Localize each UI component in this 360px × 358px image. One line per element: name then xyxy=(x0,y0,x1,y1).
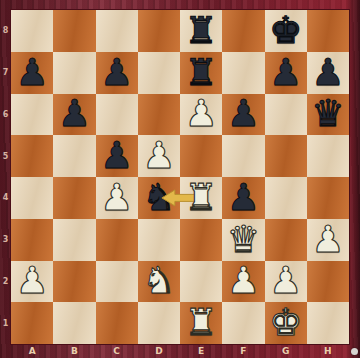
square-a6[interactable] xyxy=(11,94,53,136)
piece-black-knight[interactable]: ♞ xyxy=(142,178,175,218)
piece-white-pawn[interactable]: ♟ xyxy=(16,261,49,301)
square-e5[interactable] xyxy=(180,135,222,177)
file-label-a: A xyxy=(11,344,53,358)
square-e1[interactable]: ♜ xyxy=(180,302,222,344)
piece-black-rook[interactable]: ♜ xyxy=(185,11,218,51)
piece-white-queen[interactable]: ♛ xyxy=(227,220,260,260)
square-b1[interactable] xyxy=(53,302,95,344)
white-to-move-indicator xyxy=(351,348,358,355)
square-h3[interactable]: ♟ xyxy=(307,219,349,261)
square-a8[interactable] xyxy=(11,10,53,52)
square-f8[interactable] xyxy=(222,10,264,52)
square-d2[interactable]: ♞ xyxy=(138,261,180,303)
rank-label-3: 3 xyxy=(0,219,11,261)
square-a4[interactable] xyxy=(11,177,53,219)
piece-black-king[interactable]: ♚ xyxy=(269,11,302,51)
square-c2[interactable] xyxy=(96,261,138,303)
square-g1[interactable]: ♚ xyxy=(265,302,307,344)
file-label-h: H xyxy=(307,344,349,358)
square-e3[interactable] xyxy=(180,219,222,261)
square-h2[interactable] xyxy=(307,261,349,303)
piece-black-rook[interactable]: ♜ xyxy=(185,53,218,93)
square-d8[interactable] xyxy=(138,10,180,52)
square-a1[interactable] xyxy=(11,302,53,344)
square-e4[interactable]: ♜ xyxy=(180,177,222,219)
piece-black-pawn[interactable]: ♟ xyxy=(58,94,91,134)
square-f1[interactable] xyxy=(222,302,264,344)
square-a5[interactable] xyxy=(11,135,53,177)
file-label-g: G xyxy=(265,344,307,358)
square-d5[interactable]: ♟ xyxy=(138,135,180,177)
board-frame: 87654321 ♜♚♟♟♜♟♟♟♟♟♛♟♟♟♞♜♟♛♟♟♞♟♟♜♚ ABCDE… xyxy=(0,0,360,358)
square-b2[interactable] xyxy=(53,261,95,303)
piece-black-pawn[interactable]: ♟ xyxy=(100,136,133,176)
rank-label-7: 7 xyxy=(0,52,11,94)
file-label-e: E xyxy=(180,344,222,358)
square-d4[interactable]: ♞ xyxy=(138,177,180,219)
square-h5[interactable] xyxy=(307,135,349,177)
square-d6[interactable] xyxy=(138,94,180,136)
square-b5[interactable] xyxy=(53,135,95,177)
piece-black-pawn[interactable]: ♟ xyxy=(269,53,302,93)
square-b3[interactable] xyxy=(53,219,95,261)
piece-white-pawn[interactable]: ♟ xyxy=(311,220,344,260)
file-label-f: F xyxy=(222,344,264,358)
rank-label-6: 6 xyxy=(0,94,11,136)
square-b6[interactable]: ♟ xyxy=(53,94,95,136)
piece-black-pawn[interactable]: ♟ xyxy=(227,94,260,134)
rank-label-8: 8 xyxy=(0,10,11,52)
square-g2[interactable]: ♟ xyxy=(265,261,307,303)
piece-black-queen[interactable]: ♛ xyxy=(311,94,344,134)
piece-white-pawn[interactable]: ♟ xyxy=(227,261,260,301)
file-label-c: C xyxy=(96,344,138,358)
square-f3[interactable]: ♛ xyxy=(222,219,264,261)
square-c5[interactable]: ♟ xyxy=(96,135,138,177)
piece-black-pawn[interactable]: ♟ xyxy=(16,53,49,93)
square-g7[interactable]: ♟ xyxy=(265,52,307,94)
rank-label-5: 5 xyxy=(0,135,11,177)
square-h4[interactable] xyxy=(307,177,349,219)
piece-white-pawn[interactable]: ♟ xyxy=(100,178,133,218)
file-labels: ABCDEFGH xyxy=(11,344,349,358)
square-c8[interactable] xyxy=(96,10,138,52)
square-a7[interactable]: ♟ xyxy=(11,52,53,94)
square-f7[interactable] xyxy=(222,52,264,94)
piece-black-pawn[interactable]: ♟ xyxy=(311,53,344,93)
square-a2[interactable]: ♟ xyxy=(11,261,53,303)
square-c6[interactable] xyxy=(96,94,138,136)
square-d1[interactable] xyxy=(138,302,180,344)
square-h1[interactable] xyxy=(307,302,349,344)
square-g3[interactable] xyxy=(265,219,307,261)
square-e8[interactable]: ♜ xyxy=(180,10,222,52)
piece-black-pawn[interactable]: ♟ xyxy=(100,53,133,93)
piece-black-pawn[interactable]: ♟ xyxy=(227,178,260,218)
square-c7[interactable]: ♟ xyxy=(96,52,138,94)
square-g6[interactable] xyxy=(265,94,307,136)
file-label-b: B xyxy=(53,344,95,358)
square-h8[interactable] xyxy=(307,10,349,52)
square-h7[interactable]: ♟ xyxy=(307,52,349,94)
chess-board[interactable]: ♜♚♟♟♜♟♟♟♟♟♛♟♟♟♞♜♟♛♟♟♞♟♟♜♚ xyxy=(11,10,349,344)
square-a3[interactable] xyxy=(11,219,53,261)
rank-label-1: 1 xyxy=(0,302,11,344)
piece-white-king[interactable]: ♚ xyxy=(269,303,302,343)
square-g4[interactable] xyxy=(265,177,307,219)
rank-labels: 87654321 xyxy=(0,10,11,344)
square-c4[interactable]: ♟ xyxy=(96,177,138,219)
rank-label-2: 2 xyxy=(0,261,11,303)
square-e2[interactable] xyxy=(180,261,222,303)
square-d7[interactable] xyxy=(138,52,180,94)
square-f4[interactable]: ♟ xyxy=(222,177,264,219)
square-f5[interactable] xyxy=(222,135,264,177)
square-c1[interactable] xyxy=(96,302,138,344)
piece-white-knight[interactable]: ♞ xyxy=(142,261,175,301)
piece-white-rook[interactable]: ♜ xyxy=(185,303,218,343)
square-e7[interactable]: ♜ xyxy=(180,52,222,94)
square-h6[interactable]: ♛ xyxy=(307,94,349,136)
piece-white-rook[interactable]: ♜ xyxy=(185,178,218,218)
square-b7[interactable] xyxy=(53,52,95,94)
piece-white-pawn[interactable]: ♟ xyxy=(185,94,218,134)
file-label-d: D xyxy=(138,344,180,358)
piece-white-pawn[interactable]: ♟ xyxy=(142,136,175,176)
square-c3[interactable] xyxy=(96,219,138,261)
square-d3[interactable] xyxy=(138,219,180,261)
square-b4[interactable] xyxy=(53,177,95,219)
piece-white-pawn[interactable]: ♟ xyxy=(269,261,302,301)
square-g5[interactable] xyxy=(265,135,307,177)
square-e6[interactable]: ♟ xyxy=(180,94,222,136)
rank-label-4: 4 xyxy=(0,177,11,219)
square-f2[interactable]: ♟ xyxy=(222,261,264,303)
square-f6[interactable]: ♟ xyxy=(222,94,264,136)
square-g8[interactable]: ♚ xyxy=(265,10,307,52)
square-b8[interactable] xyxy=(53,10,95,52)
